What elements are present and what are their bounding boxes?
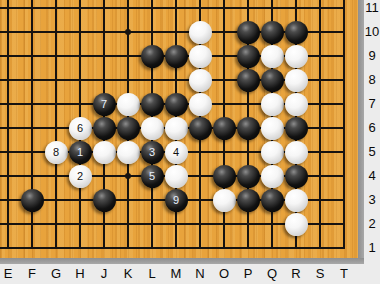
stone-black[interactable]: [285, 165, 308, 188]
stone-black-move-9[interactable]: 9: [165, 189, 188, 212]
stone-white[interactable]: [165, 117, 188, 140]
star-point: [125, 29, 131, 35]
stone-white-move-2[interactable]: 2: [69, 165, 92, 188]
stone-white[interactable]: [189, 21, 212, 44]
column-label-H: H: [68, 265, 92, 283]
column-label-K: K: [116, 265, 140, 283]
row-label-10: 10: [364, 20, 380, 44]
stone-black[interactable]: [93, 117, 116, 140]
stone-white-move-6[interactable]: 6: [69, 117, 92, 140]
stone-white[interactable]: [261, 45, 284, 68]
stone-black-move-1[interactable]: 1: [69, 141, 92, 164]
stone-black[interactable]: [141, 93, 164, 116]
column-label-Q: Q: [260, 265, 284, 283]
stone-white[interactable]: [213, 189, 236, 212]
stone-black[interactable]: [237, 45, 260, 68]
stone-white[interactable]: [165, 165, 188, 188]
row-label-11: 11: [364, 0, 380, 20]
stone-black[interactable]: [141, 45, 164, 68]
column-label-N: N: [188, 265, 212, 283]
stone-black[interactable]: [237, 165, 260, 188]
stone-white[interactable]: [261, 141, 284, 164]
row-label-5: 5: [364, 140, 380, 164]
stone-black[interactable]: [213, 117, 236, 140]
stone-white[interactable]: [93, 141, 116, 164]
row-label-9: 9: [364, 44, 380, 68]
stone-black-move-7[interactable]: 7: [93, 93, 116, 116]
grid-line-horizontal: [0, 247, 345, 249]
stone-black[interactable]: [261, 69, 284, 92]
column-label-F: F: [20, 265, 44, 283]
goban[interactable]: 768134259: [0, 0, 358, 258]
grid-line-horizontal: [0, 7, 345, 9]
stone-white[interactable]: [285, 189, 308, 212]
stone-black[interactable]: [285, 117, 308, 140]
stone-white[interactable]: [285, 213, 308, 236]
stone-black[interactable]: [21, 189, 44, 212]
grid-line-vertical: [343, 0, 345, 249]
column-label-S: S: [308, 265, 332, 283]
row-label-2: 2: [364, 212, 380, 236]
stone-black[interactable]: [165, 93, 188, 116]
stone-white[interactable]: [285, 141, 308, 164]
go-app-window: 768134259 1110987654321 EFGHJKLMNOPQRST: [0, 0, 380, 284]
grid-line-vertical: [31, 0, 33, 249]
column-label-O: O: [212, 265, 236, 283]
stone-black-move-3[interactable]: 3: [141, 141, 164, 164]
stone-black[interactable]: [93, 189, 116, 212]
stone-white[interactable]: [261, 117, 284, 140]
stone-white[interactable]: [117, 141, 140, 164]
stone-white[interactable]: [141, 117, 164, 140]
stone-black[interactable]: [165, 45, 188, 68]
stone-black[interactable]: [117, 117, 140, 140]
column-label-T: T: [332, 265, 356, 283]
stone-black-move-5[interactable]: 5: [141, 165, 164, 188]
grid-line-vertical: [319, 0, 321, 249]
stone-black[interactable]: [237, 69, 260, 92]
stone-black[interactable]: [213, 165, 236, 188]
column-label-L: L: [140, 265, 164, 283]
row-label-8: 8: [364, 68, 380, 92]
row-label-6: 6: [364, 116, 380, 140]
column-coordinate-margin: EFGHJKLMNOPQRST: [0, 264, 364, 284]
stone-white[interactable]: [285, 93, 308, 116]
stone-white-move-8[interactable]: 8: [45, 141, 68, 164]
star-point: [125, 173, 131, 179]
stone-white[interactable]: [261, 93, 284, 116]
stone-white[interactable]: [189, 69, 212, 92]
stone-white[interactable]: [189, 45, 212, 68]
column-label-M: M: [164, 265, 188, 283]
row-label-7: 7: [364, 92, 380, 116]
stone-black[interactable]: [189, 117, 212, 140]
stone-black[interactable]: [237, 189, 260, 212]
row-label-4: 4: [364, 164, 380, 188]
grid-line-vertical: [55, 0, 57, 249]
grid-line-vertical: [7, 0, 9, 249]
row-coordinate-margin: 1110987654321: [364, 0, 380, 284]
stone-white[interactable]: [285, 45, 308, 68]
column-label-P: P: [236, 265, 260, 283]
row-label-1: 1: [364, 236, 380, 260]
stone-black[interactable]: [285, 21, 308, 44]
stone-white[interactable]: [285, 69, 308, 92]
stone-black[interactable]: [237, 21, 260, 44]
column-label-J: J: [92, 265, 116, 283]
stone-white[interactable]: [117, 93, 140, 116]
column-label-G: G: [44, 265, 68, 283]
stone-black[interactable]: [261, 189, 284, 212]
stone-white[interactable]: [189, 93, 212, 116]
row-label-3: 3: [364, 188, 380, 212]
stone-black[interactable]: [237, 117, 260, 140]
stone-white[interactable]: [261, 165, 284, 188]
stone-white-move-4[interactable]: 4: [165, 141, 188, 164]
column-label-R: R: [284, 265, 308, 283]
column-label-E: E: [0, 265, 20, 283]
stone-black[interactable]: [261, 21, 284, 44]
